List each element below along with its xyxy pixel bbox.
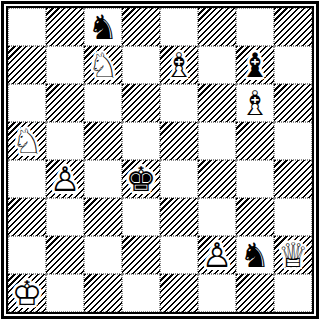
square-b4[interactable]: ♟♙ [46, 160, 84, 198]
square-g1[interactable] [236, 274, 274, 312]
square-d1[interactable] [122, 274, 160, 312]
chess-board[interactable]: ♞♞♞♘♝♗♝♝♝♗♞♘♟♙♚♚♟♙♞♞♛♕♚♔ [6, 6, 314, 314]
square-g4[interactable] [236, 160, 274, 198]
white-knight-piece: ♞♘ [84, 46, 122, 84]
square-e5[interactable] [160, 122, 198, 160]
black-knight-piece: ♞♞ [84, 8, 122, 46]
square-h7[interactable] [274, 46, 312, 84]
square-a1[interactable]: ♚♔ [8, 274, 46, 312]
square-e4[interactable] [160, 160, 198, 198]
square-d8[interactable] [122, 8, 160, 46]
square-d3[interactable] [122, 198, 160, 236]
white-knight-piece: ♞♘ [8, 122, 46, 160]
square-d5[interactable] [122, 122, 160, 160]
square-g3[interactable] [236, 198, 274, 236]
white-bishop-piece: ♝♗ [160, 46, 198, 84]
square-d6[interactable] [122, 84, 160, 122]
square-c4[interactable] [84, 160, 122, 198]
square-d4[interactable]: ♚♚ [122, 160, 160, 198]
square-c7[interactable]: ♞♘ [84, 46, 122, 84]
square-a4[interactable] [8, 160, 46, 198]
white-bishop-piece: ♝♗ [236, 84, 274, 122]
square-a5[interactable]: ♞♘ [8, 122, 46, 160]
piece-glyph: ♞ [240, 238, 270, 272]
square-b7[interactable] [46, 46, 84, 84]
square-b3[interactable] [46, 198, 84, 236]
square-b2[interactable] [46, 236, 84, 274]
square-d7[interactable] [122, 46, 160, 84]
board-frame: ♞♞♞♘♝♗♝♝♝♗♞♘♟♙♚♚♟♙♞♞♛♕♚♔ [1, 1, 319, 319]
square-g2[interactable]: ♞♞ [236, 236, 274, 274]
square-f8[interactable] [198, 8, 236, 46]
square-h1[interactable] [274, 274, 312, 312]
square-f4[interactable] [198, 160, 236, 198]
square-e2[interactable] [160, 236, 198, 274]
square-g7[interactable]: ♝♝ [236, 46, 274, 84]
square-a7[interactable] [8, 46, 46, 84]
square-g6[interactable]: ♝♗ [236, 84, 274, 122]
square-f6[interactable] [198, 84, 236, 122]
square-b6[interactable] [46, 84, 84, 122]
piece-glyph: ♗ [240, 86, 270, 120]
square-g8[interactable] [236, 8, 274, 46]
square-c8[interactable]: ♞♞ [84, 8, 122, 46]
square-h2[interactable]: ♛♕ [274, 236, 312, 274]
square-f7[interactable] [198, 46, 236, 84]
square-a8[interactable] [8, 8, 46, 46]
piece-glyph: ♕ [278, 238, 308, 272]
square-e3[interactable] [160, 198, 198, 236]
square-f5[interactable] [198, 122, 236, 160]
square-d2[interactable] [122, 236, 160, 274]
square-c5[interactable] [84, 122, 122, 160]
square-h8[interactable] [274, 8, 312, 46]
piece-glyph: ♙ [202, 238, 232, 272]
square-b5[interactable] [46, 122, 84, 160]
square-a6[interactable] [8, 84, 46, 122]
black-king-piece: ♚♚ [122, 160, 160, 198]
white-pawn-piece: ♟♙ [46, 160, 84, 198]
white-king-piece: ♚♔ [8, 274, 46, 312]
white-pawn-piece: ♟♙ [198, 236, 236, 274]
black-bishop-piece: ♝♝ [236, 46, 274, 84]
square-b8[interactable] [46, 8, 84, 46]
piece-glyph: ♗ [164, 48, 194, 82]
piece-glyph: ♝ [240, 48, 270, 82]
square-f2[interactable]: ♟♙ [198, 236, 236, 274]
page: ♞♞♞♘♝♗♝♝♝♗♞♘♟♙♚♚♟♙♞♞♛♕♚♔ [0, 0, 320, 321]
square-f1[interactable] [198, 274, 236, 312]
black-knight-piece: ♞♞ [236, 236, 274, 274]
square-h3[interactable] [274, 198, 312, 236]
square-h4[interactable] [274, 160, 312, 198]
square-a3[interactable] [8, 198, 46, 236]
white-queen-piece: ♛♕ [274, 236, 312, 274]
piece-glyph: ♚ [126, 162, 156, 196]
square-c6[interactable] [84, 84, 122, 122]
piece-glyph: ♔ [12, 276, 42, 310]
piece-glyph: ♘ [88, 48, 118, 82]
square-e6[interactable] [160, 84, 198, 122]
piece-glyph: ♞ [88, 10, 118, 44]
square-g5[interactable] [236, 122, 274, 160]
piece-glyph: ♘ [12, 124, 42, 158]
piece-glyph: ♙ [50, 162, 80, 196]
square-e1[interactable] [160, 274, 198, 312]
square-c3[interactable] [84, 198, 122, 236]
square-c1[interactable] [84, 274, 122, 312]
square-e7[interactable]: ♝♗ [160, 46, 198, 84]
square-e8[interactable] [160, 8, 198, 46]
square-h6[interactable] [274, 84, 312, 122]
square-c2[interactable] [84, 236, 122, 274]
square-h5[interactable] [274, 122, 312, 160]
square-b1[interactable] [46, 274, 84, 312]
square-a2[interactable] [8, 236, 46, 274]
square-f3[interactable] [198, 198, 236, 236]
